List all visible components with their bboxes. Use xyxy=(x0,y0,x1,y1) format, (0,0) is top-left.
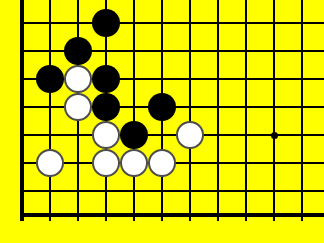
board-point-b2[interactable] xyxy=(36,177,64,205)
board-points-grid xyxy=(8,9,316,233)
board-point-j7[interactable] xyxy=(232,37,260,65)
board-point-f4[interactable] xyxy=(148,121,176,149)
board-point-l5[interactable] xyxy=(288,93,316,121)
board-point-k1[interactable] xyxy=(260,205,288,233)
board-point-d3[interactable] xyxy=(92,149,120,177)
board-point-a6[interactable] xyxy=(8,65,36,93)
board-point-k6[interactable] xyxy=(260,65,288,93)
black-stone xyxy=(148,93,176,121)
black-stone xyxy=(36,65,64,93)
board-point-a7[interactable] xyxy=(8,37,36,65)
board-point-g8[interactable] xyxy=(176,9,204,37)
white-stone xyxy=(64,65,92,93)
board-point-h6[interactable] xyxy=(204,65,232,93)
board-point-h5[interactable] xyxy=(204,93,232,121)
board-point-h3[interactable] xyxy=(204,149,232,177)
black-stone xyxy=(92,93,120,121)
board-point-g2[interactable] xyxy=(176,177,204,205)
board-point-k8[interactable] xyxy=(260,9,288,37)
board-point-h1[interactable] xyxy=(204,205,232,233)
board-point-l6[interactable] xyxy=(288,65,316,93)
board-point-j1[interactable] xyxy=(232,205,260,233)
board-point-l1[interactable] xyxy=(288,205,316,233)
board-point-h7[interactable] xyxy=(204,37,232,65)
board-point-g4[interactable] xyxy=(176,121,204,149)
board-point-l7[interactable] xyxy=(288,37,316,65)
board-point-b6[interactable] xyxy=(36,65,64,93)
board-point-e1[interactable] xyxy=(120,205,148,233)
board-point-g3[interactable] xyxy=(176,149,204,177)
board-point-a3[interactable] xyxy=(8,149,36,177)
board-point-h4[interactable] xyxy=(204,121,232,149)
board-point-b5[interactable] xyxy=(36,93,64,121)
board-point-h2[interactable] xyxy=(204,177,232,205)
board-point-d8[interactable] xyxy=(92,9,120,37)
board-point-b7[interactable] xyxy=(36,37,64,65)
board-point-l8[interactable] xyxy=(288,9,316,37)
go-board-diagram xyxy=(0,0,324,243)
board-point-f6[interactable] xyxy=(148,65,176,93)
board-point-h8[interactable] xyxy=(204,9,232,37)
board-point-g1[interactable] xyxy=(176,205,204,233)
board-point-d2[interactable] xyxy=(92,177,120,205)
board-point-d5[interactable] xyxy=(92,93,120,121)
board-point-l2[interactable] xyxy=(288,177,316,205)
board-point-b3[interactable] xyxy=(36,149,64,177)
board-point-j4[interactable] xyxy=(232,121,260,149)
go-board xyxy=(0,0,324,243)
board-point-c1[interactable] xyxy=(64,205,92,233)
board-point-e6[interactable] xyxy=(120,65,148,93)
black-stone xyxy=(92,65,120,93)
board-point-c2[interactable] xyxy=(64,177,92,205)
board-point-c7[interactable] xyxy=(64,37,92,65)
board-point-j3[interactable] xyxy=(232,149,260,177)
board-point-k2[interactable] xyxy=(260,177,288,205)
black-stone xyxy=(120,121,148,149)
board-point-j2[interactable] xyxy=(232,177,260,205)
board-point-k3[interactable] xyxy=(260,149,288,177)
board-point-e4[interactable] xyxy=(120,121,148,149)
board-point-d6[interactable] xyxy=(92,65,120,93)
white-stone xyxy=(176,121,204,149)
white-stone xyxy=(92,121,120,149)
board-point-a8[interactable] xyxy=(8,9,36,37)
board-point-f7[interactable] xyxy=(148,37,176,65)
board-point-d4[interactable] xyxy=(92,121,120,149)
white-stone xyxy=(120,149,148,177)
board-point-l4[interactable] xyxy=(288,121,316,149)
black-stone xyxy=(64,37,92,65)
board-point-g7[interactable] xyxy=(176,37,204,65)
white-stone xyxy=(36,149,64,177)
board-point-k5[interactable] xyxy=(260,93,288,121)
board-point-f2[interactable] xyxy=(148,177,176,205)
board-point-e8[interactable] xyxy=(120,9,148,37)
board-point-f5[interactable] xyxy=(148,93,176,121)
board-point-g6[interactable] xyxy=(176,65,204,93)
board-point-d7[interactable] xyxy=(92,37,120,65)
board-point-c5[interactable] xyxy=(64,93,92,121)
white-stone xyxy=(148,149,176,177)
white-stone xyxy=(92,149,120,177)
board-point-c8[interactable] xyxy=(64,9,92,37)
board-point-b1[interactable] xyxy=(36,205,64,233)
board-point-j8[interactable] xyxy=(232,9,260,37)
board-point-f8[interactable] xyxy=(148,9,176,37)
board-point-e3[interactable] xyxy=(120,149,148,177)
board-point-d1[interactable] xyxy=(92,205,120,233)
board-point-a5[interactable] xyxy=(8,93,36,121)
board-point-c6[interactable] xyxy=(64,65,92,93)
board-point-c3[interactable] xyxy=(64,149,92,177)
black-stone xyxy=(92,9,120,37)
board-point-f1[interactable] xyxy=(148,205,176,233)
board-point-f3[interactable] xyxy=(148,149,176,177)
board-point-e2[interactable] xyxy=(120,177,148,205)
board-point-j6[interactable] xyxy=(232,65,260,93)
board-point-k7[interactable] xyxy=(260,37,288,65)
board-point-a2[interactable] xyxy=(8,177,36,205)
board-point-b8[interactable] xyxy=(36,9,64,37)
board-point-e5[interactable] xyxy=(120,93,148,121)
board-point-b4[interactable] xyxy=(36,121,64,149)
board-point-c4[interactable] xyxy=(64,121,92,149)
board-point-a4[interactable] xyxy=(8,121,36,149)
board-point-g5[interactable] xyxy=(176,93,204,121)
board-point-l3[interactable] xyxy=(288,149,316,177)
board-point-e7[interactable] xyxy=(120,37,148,65)
white-stone xyxy=(64,93,92,121)
board-point-a1[interactable] xyxy=(8,205,36,233)
board-point-k4[interactable] xyxy=(260,121,288,149)
board-point-j5[interactable] xyxy=(232,93,260,121)
